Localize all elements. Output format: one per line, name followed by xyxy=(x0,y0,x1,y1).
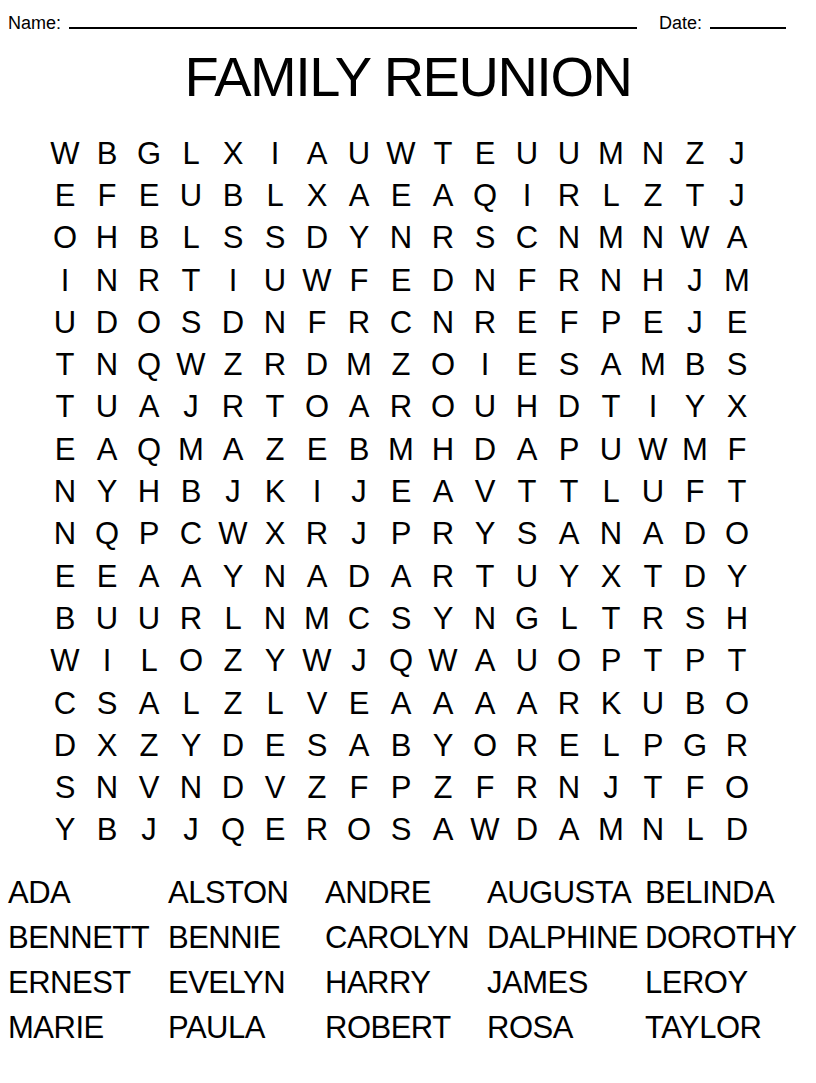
grid-cell[interactable]: F xyxy=(674,470,716,512)
grid-cell[interactable]: A xyxy=(380,555,422,597)
grid-cell[interactable]: E xyxy=(44,555,86,597)
grid-cell[interactable]: S xyxy=(86,682,128,724)
grid-cell[interactable]: G xyxy=(506,597,548,639)
grid-cell[interactable]: R xyxy=(506,766,548,808)
grid-cell[interactable]: W xyxy=(296,259,338,301)
grid-cell[interactable]: O xyxy=(296,386,338,428)
grid-cell[interactable]: Z xyxy=(254,428,296,470)
grid-cell[interactable]: W xyxy=(170,343,212,385)
word-list-item[interactable]: ANDRE xyxy=(325,870,487,915)
grid-cell[interactable]: L xyxy=(590,724,632,766)
grid-cell[interactable]: T xyxy=(44,343,86,385)
grid-cell[interactable]: U xyxy=(548,132,590,174)
grid-cell[interactable]: H xyxy=(86,217,128,259)
grid-cell[interactable]: A xyxy=(296,132,338,174)
grid-cell[interactable]: D xyxy=(506,809,548,851)
grid-cell[interactable]: U xyxy=(86,386,128,428)
grid-cell[interactable]: T xyxy=(548,470,590,512)
grid-cell[interactable]: T xyxy=(590,386,632,428)
grid-cell[interactable]: M xyxy=(338,343,380,385)
grid-cell[interactable]: D xyxy=(548,386,590,428)
grid-cell[interactable]: R xyxy=(632,597,674,639)
word-list-item[interactable]: ERNEST xyxy=(8,960,168,1005)
grid-cell[interactable]: Z xyxy=(422,766,464,808)
grid-cell[interactable]: F xyxy=(338,766,380,808)
grid-cell[interactable]: Z xyxy=(296,766,338,808)
grid-cell[interactable]: N xyxy=(254,597,296,639)
word-list-item[interactable]: EVELYN xyxy=(168,960,325,1005)
grid-cell[interactable]: U xyxy=(632,470,674,512)
grid-cell[interactable]: B xyxy=(170,470,212,512)
grid-cell[interactable]: Q xyxy=(128,428,170,470)
grid-cell[interactable]: G xyxy=(128,132,170,174)
grid-cell[interactable]: D xyxy=(86,301,128,343)
grid-cell[interactable]: L xyxy=(212,597,254,639)
grid-cell[interactable]: M xyxy=(590,809,632,851)
grid-cell[interactable]: Y xyxy=(464,513,506,555)
grid-cell[interactable]: W xyxy=(422,640,464,682)
grid-cell[interactable]: B xyxy=(674,682,716,724)
grid-cell[interactable]: Y xyxy=(254,640,296,682)
grid-cell[interactable]: Y xyxy=(548,555,590,597)
grid-cell[interactable]: O xyxy=(464,724,506,766)
grid-cell[interactable]: M xyxy=(380,428,422,470)
grid-cell[interactable]: A xyxy=(338,386,380,428)
word-list-item[interactable]: BENNIE xyxy=(168,915,325,960)
grid-cell[interactable]: N xyxy=(464,259,506,301)
grid-cell[interactable]: N xyxy=(170,766,212,808)
grid-cell[interactable]: D xyxy=(296,343,338,385)
grid-cell[interactable]: W xyxy=(296,640,338,682)
grid-cell[interactable]: R xyxy=(464,301,506,343)
grid-cell[interactable]: A xyxy=(170,555,212,597)
grid-cell[interactable]: U xyxy=(464,386,506,428)
grid-cell[interactable]: J xyxy=(674,259,716,301)
grid-cell[interactable]: A xyxy=(422,174,464,216)
grid-cell[interactable]: K xyxy=(254,470,296,512)
word-list-item[interactable]: HARRY xyxy=(325,960,487,1005)
grid-cell[interactable]: A xyxy=(380,682,422,724)
grid-cell[interactable]: Q xyxy=(380,640,422,682)
grid-cell[interactable]: Y xyxy=(716,555,758,597)
grid-cell[interactable]: Z xyxy=(212,640,254,682)
grid-cell[interactable]: E xyxy=(632,301,674,343)
word-list-item[interactable]: BELINDA xyxy=(645,870,815,915)
grid-cell[interactable]: N xyxy=(464,597,506,639)
grid-cell[interactable]: W xyxy=(44,640,86,682)
grid-cell[interactable]: A xyxy=(338,174,380,216)
grid-cell[interactable]: U xyxy=(506,555,548,597)
grid-cell[interactable]: R xyxy=(338,301,380,343)
grid-cell[interactable]: H xyxy=(128,470,170,512)
grid-cell[interactable]: D xyxy=(212,766,254,808)
grid-cell[interactable]: I xyxy=(86,640,128,682)
grid-cell[interactable]: F xyxy=(296,301,338,343)
grid-cell[interactable]: J xyxy=(716,174,758,216)
grid-cell[interactable]: W xyxy=(464,809,506,851)
grid-cell[interactable]: J xyxy=(128,809,170,851)
grid-cell[interactable]: S xyxy=(548,343,590,385)
grid-cell[interactable]: N xyxy=(632,132,674,174)
grid-cell[interactable]: V xyxy=(254,766,296,808)
grid-cell[interactable]: S xyxy=(464,217,506,259)
grid-cell[interactable]: M xyxy=(632,343,674,385)
grid-cell[interactable]: K xyxy=(590,682,632,724)
grid-cell[interactable]: A xyxy=(422,470,464,512)
grid-cell[interactable]: R xyxy=(422,513,464,555)
grid-cell[interactable]: T xyxy=(716,470,758,512)
grid-cell[interactable]: A xyxy=(128,555,170,597)
grid-cell[interactable]: R xyxy=(422,555,464,597)
grid-cell[interactable]: J xyxy=(338,513,380,555)
grid-cell[interactable]: L xyxy=(170,132,212,174)
grid-cell[interactable]: N xyxy=(632,217,674,259)
grid-cell[interactable]: N xyxy=(86,343,128,385)
grid-cell[interactable]: R xyxy=(254,343,296,385)
grid-cell[interactable]: N xyxy=(44,470,86,512)
grid-cell[interactable]: R xyxy=(170,597,212,639)
grid-cell[interactable]: J xyxy=(716,132,758,174)
grid-cell[interactable]: Y xyxy=(86,470,128,512)
grid-cell[interactable]: U xyxy=(590,428,632,470)
grid-cell[interactable]: Z xyxy=(212,682,254,724)
grid-cell[interactable]: O xyxy=(170,640,212,682)
grid-cell[interactable]: F xyxy=(716,428,758,470)
grid-cell[interactable]: F xyxy=(674,766,716,808)
grid-cell[interactable]: S xyxy=(506,513,548,555)
word-list-item[interactable]: ROBERT xyxy=(325,1005,487,1050)
grid-cell[interactable]: X xyxy=(296,174,338,216)
grid-cell[interactable]: Y xyxy=(338,217,380,259)
grid-cell[interactable]: E xyxy=(506,301,548,343)
grid-cell[interactable]: U xyxy=(506,132,548,174)
grid-cell[interactable]: Q xyxy=(86,513,128,555)
grid-cell[interactable]: Z xyxy=(212,343,254,385)
grid-cell[interactable]: V xyxy=(128,766,170,808)
grid-cell[interactable]: F xyxy=(548,301,590,343)
grid-cell[interactable]: R xyxy=(296,809,338,851)
grid-cell[interactable]: T xyxy=(464,555,506,597)
grid-cell[interactable]: O xyxy=(422,386,464,428)
grid-cell[interactable]: O xyxy=(548,640,590,682)
grid-cell[interactable]: L xyxy=(170,682,212,724)
grid-cell[interactable]: J xyxy=(212,470,254,512)
word-list-item[interactable]: TAYLOR xyxy=(645,1005,815,1050)
grid-cell[interactable]: F xyxy=(506,259,548,301)
grid-cell[interactable]: F xyxy=(464,766,506,808)
grid-cell[interactable]: Y xyxy=(674,386,716,428)
grid-cell[interactable]: E xyxy=(548,724,590,766)
grid-cell[interactable]: H xyxy=(716,597,758,639)
grid-cell[interactable]: A xyxy=(464,640,506,682)
grid-cell[interactable]: M xyxy=(590,132,632,174)
grid-cell[interactable]: B xyxy=(128,217,170,259)
grid-cell[interactable]: N xyxy=(422,301,464,343)
grid-cell[interactable]: S xyxy=(716,343,758,385)
grid-cell[interactable]: E xyxy=(716,301,758,343)
grid-cell[interactable]: A xyxy=(548,513,590,555)
word-list-item[interactable]: AUGUSTA xyxy=(487,870,645,915)
grid-cell[interactable]: R xyxy=(716,724,758,766)
grid-cell[interactable]: T xyxy=(170,259,212,301)
word-list-item[interactable]: PAULA xyxy=(168,1005,325,1050)
grid-cell[interactable]: X xyxy=(212,132,254,174)
grid-cell[interactable]: J xyxy=(590,766,632,808)
grid-cell[interactable]: W xyxy=(380,132,422,174)
grid-cell[interactable]: X xyxy=(86,724,128,766)
grid-cell[interactable]: A xyxy=(716,217,758,259)
grid-cell[interactable]: L xyxy=(254,682,296,724)
grid-cell[interactable]: R xyxy=(548,682,590,724)
grid-cell[interactable]: A xyxy=(422,682,464,724)
grid-cell[interactable]: R xyxy=(128,259,170,301)
grid-cell[interactable]: T xyxy=(674,174,716,216)
grid-cell[interactable]: N xyxy=(86,259,128,301)
grid-cell[interactable]: S xyxy=(380,809,422,851)
grid-cell[interactable]: B xyxy=(212,174,254,216)
grid-cell[interactable]: A xyxy=(464,682,506,724)
grid-cell[interactable]: L xyxy=(254,174,296,216)
grid-cell[interactable]: N xyxy=(632,809,674,851)
grid-cell[interactable]: D xyxy=(464,428,506,470)
grid-cell[interactable]: L xyxy=(170,217,212,259)
grid-cell[interactable]: I xyxy=(632,386,674,428)
grid-cell[interactable]: D xyxy=(674,555,716,597)
grid-cell[interactable]: E xyxy=(380,174,422,216)
name-blank-line[interactable] xyxy=(69,7,637,29)
grid-cell[interactable]: D xyxy=(44,724,86,766)
grid-cell[interactable]: D xyxy=(716,809,758,851)
grid-cell[interactable]: P xyxy=(128,513,170,555)
grid-cell[interactable]: B xyxy=(86,132,128,174)
date-blank-line[interactable] xyxy=(710,7,786,29)
grid-cell[interactable]: F xyxy=(86,174,128,216)
grid-cell[interactable]: J xyxy=(674,301,716,343)
grid-cell[interactable]: R xyxy=(506,724,548,766)
grid-cell[interactable]: A xyxy=(128,682,170,724)
grid-cell[interactable]: R xyxy=(548,174,590,216)
grid-cell[interactable]: N xyxy=(590,259,632,301)
grid-cell[interactable]: W xyxy=(212,513,254,555)
grid-cell[interactable]: O xyxy=(44,217,86,259)
grid-cell[interactable]: L xyxy=(548,597,590,639)
grid-cell[interactable]: O xyxy=(716,766,758,808)
grid-cell[interactable]: D xyxy=(212,724,254,766)
grid-cell[interactable]: A xyxy=(548,809,590,851)
grid-cell[interactable]: O xyxy=(338,809,380,851)
grid-cell[interactable]: T xyxy=(632,555,674,597)
grid-cell[interactable]: D xyxy=(296,217,338,259)
grid-cell[interactable]: R xyxy=(380,386,422,428)
grid-cell[interactable]: Z xyxy=(128,724,170,766)
grid-cell[interactable]: E xyxy=(380,259,422,301)
grid-cell[interactable]: E xyxy=(254,809,296,851)
grid-cell[interactable]: U xyxy=(86,597,128,639)
grid-cell[interactable]: C xyxy=(506,217,548,259)
grid-cell[interactable]: N xyxy=(254,555,296,597)
grid-cell[interactable]: M xyxy=(590,217,632,259)
grid-cell[interactable]: E xyxy=(296,428,338,470)
grid-cell[interactable]: O xyxy=(716,682,758,724)
grid-cell[interactable]: N xyxy=(548,766,590,808)
grid-cell[interactable]: Q xyxy=(464,174,506,216)
grid-cell[interactable]: P xyxy=(632,724,674,766)
grid-cell[interactable]: E xyxy=(464,132,506,174)
grid-cell[interactable]: N xyxy=(380,217,422,259)
grid-cell[interactable]: D xyxy=(422,259,464,301)
word-list-item[interactable]: ADA xyxy=(8,870,168,915)
grid-cell[interactable]: C xyxy=(380,301,422,343)
grid-cell[interactable]: A xyxy=(296,555,338,597)
grid-cell[interactable]: H xyxy=(632,259,674,301)
grid-cell[interactable]: P xyxy=(380,513,422,555)
grid-cell[interactable]: J xyxy=(338,470,380,512)
grid-cell[interactable]: H xyxy=(422,428,464,470)
grid-cell[interactable]: W xyxy=(632,428,674,470)
grid-cell[interactable]: R xyxy=(296,513,338,555)
grid-cell[interactable]: A xyxy=(212,428,254,470)
word-list-item[interactable]: CAROLYN xyxy=(325,915,487,960)
grid-cell[interactable]: T xyxy=(590,597,632,639)
grid-cell[interactable]: U xyxy=(170,174,212,216)
word-list-item[interactable]: ROSA xyxy=(487,1005,645,1050)
grid-cell[interactable]: T xyxy=(632,640,674,682)
grid-cell[interactable]: L xyxy=(128,640,170,682)
grid-cell[interactable]: C xyxy=(338,597,380,639)
grid-cell[interactable]: T xyxy=(506,470,548,512)
grid-cell[interactable]: A xyxy=(338,724,380,766)
grid-cell[interactable]: S xyxy=(212,217,254,259)
grid-cell[interactable]: E xyxy=(86,555,128,597)
grid-cell[interactable]: I xyxy=(464,343,506,385)
grid-cell[interactable]: A xyxy=(506,682,548,724)
grid-cell[interactable]: S xyxy=(44,766,86,808)
grid-cell[interactable]: L xyxy=(674,809,716,851)
grid-cell[interactable]: P xyxy=(590,301,632,343)
grid-cell[interactable]: B xyxy=(338,428,380,470)
grid-cell[interactable]: N xyxy=(86,766,128,808)
grid-cell[interactable]: P xyxy=(380,766,422,808)
grid-cell[interactable]: T xyxy=(254,386,296,428)
grid-cell[interactable]: W xyxy=(674,217,716,259)
grid-cell[interactable]: V xyxy=(464,470,506,512)
grid-cell[interactable]: T xyxy=(44,386,86,428)
grid-cell[interactable]: P xyxy=(674,640,716,682)
grid-cell[interactable]: E xyxy=(44,174,86,216)
grid-cell[interactable]: X xyxy=(716,386,758,428)
grid-cell[interactable]: I xyxy=(506,174,548,216)
grid-cell[interactable]: Y xyxy=(170,724,212,766)
grid-cell[interactable]: S xyxy=(254,217,296,259)
grid-cell[interactable]: U xyxy=(254,259,296,301)
grid-cell[interactable]: Q xyxy=(128,343,170,385)
grid-cell[interactable]: L xyxy=(590,174,632,216)
grid-cell[interactable]: T xyxy=(422,132,464,174)
grid-cell[interactable]: U xyxy=(632,682,674,724)
grid-cell[interactable]: S xyxy=(674,597,716,639)
word-list-item[interactable]: LEROY xyxy=(645,960,815,1005)
grid-cell[interactable]: R xyxy=(548,259,590,301)
grid-cell[interactable]: M xyxy=(296,597,338,639)
grid-cell[interactable]: M xyxy=(170,428,212,470)
grid-cell[interactable]: R xyxy=(212,386,254,428)
grid-cell[interactable]: M xyxy=(716,259,758,301)
grid-cell[interactable]: O xyxy=(422,343,464,385)
grid-cell[interactable]: B xyxy=(44,597,86,639)
grid-cell[interactable]: T xyxy=(632,766,674,808)
grid-cell[interactable]: Y xyxy=(44,809,86,851)
grid-cell[interactable]: V xyxy=(296,682,338,724)
grid-cell[interactable]: J xyxy=(170,809,212,851)
grid-cell[interactable]: E xyxy=(44,428,86,470)
grid-cell[interactable]: P xyxy=(590,640,632,682)
grid-cell[interactable]: P xyxy=(548,428,590,470)
grid-cell[interactable]: U xyxy=(338,132,380,174)
grid-cell[interactable]: B xyxy=(86,809,128,851)
grid-cell[interactable]: Y xyxy=(212,555,254,597)
grid-cell[interactable]: I xyxy=(296,470,338,512)
word-list-item[interactable]: BENNETT xyxy=(8,915,168,960)
grid-cell[interactable]: N xyxy=(254,301,296,343)
grid-cell[interactable]: Z xyxy=(632,174,674,216)
grid-cell[interactable]: U xyxy=(44,301,86,343)
grid-cell[interactable]: C xyxy=(170,513,212,555)
grid-cell[interactable]: O xyxy=(128,301,170,343)
grid-cell[interactable]: U xyxy=(128,597,170,639)
grid-cell[interactable]: W xyxy=(44,132,86,174)
word-list-item[interactable]: MARIE xyxy=(8,1005,168,1050)
grid-cell[interactable]: A xyxy=(590,343,632,385)
grid-cell[interactable]: I xyxy=(44,259,86,301)
grid-cell[interactable]: E xyxy=(506,343,548,385)
grid-cell[interactable]: D xyxy=(674,513,716,555)
grid-cell[interactable]: Z xyxy=(674,132,716,174)
grid-cell[interactable]: E xyxy=(338,682,380,724)
grid-cell[interactable]: I xyxy=(254,132,296,174)
grid-cell[interactable]: C xyxy=(44,682,86,724)
grid-cell[interactable]: S xyxy=(170,301,212,343)
grid-cell[interactable]: B xyxy=(674,343,716,385)
grid-cell[interactable]: E xyxy=(254,724,296,766)
word-list-item[interactable]: ALSTON xyxy=(168,870,325,915)
grid-cell[interactable]: Y xyxy=(422,724,464,766)
grid-cell[interactable]: I xyxy=(212,259,254,301)
grid-cell[interactable]: D xyxy=(212,301,254,343)
grid-cell[interactable]: J xyxy=(170,386,212,428)
grid-cell[interactable]: U xyxy=(506,640,548,682)
grid-cell[interactable]: Q xyxy=(212,809,254,851)
grid-cell[interactable]: G xyxy=(674,724,716,766)
grid-cell[interactable]: X xyxy=(590,555,632,597)
grid-cell[interactable]: D xyxy=(338,555,380,597)
grid-cell[interactable]: S xyxy=(296,724,338,766)
grid-cell[interactable]: N xyxy=(590,513,632,555)
grid-cell[interactable]: H xyxy=(506,386,548,428)
grid-cell[interactable]: A xyxy=(506,428,548,470)
grid-cell[interactable]: S xyxy=(380,597,422,639)
grid-cell[interactable]: B xyxy=(380,724,422,766)
word-list-item[interactable]: JAMES xyxy=(487,960,645,1005)
grid-cell[interactable]: N xyxy=(548,217,590,259)
grid-cell[interactable]: E xyxy=(128,174,170,216)
grid-cell[interactable]: A xyxy=(128,386,170,428)
grid-cell[interactable]: N xyxy=(44,513,86,555)
grid-cell[interactable]: O xyxy=(716,513,758,555)
grid-cell[interactable]: J xyxy=(338,640,380,682)
grid-cell[interactable]: X xyxy=(254,513,296,555)
grid-cell[interactable]: Z xyxy=(380,343,422,385)
grid-cell[interactable]: A xyxy=(86,428,128,470)
